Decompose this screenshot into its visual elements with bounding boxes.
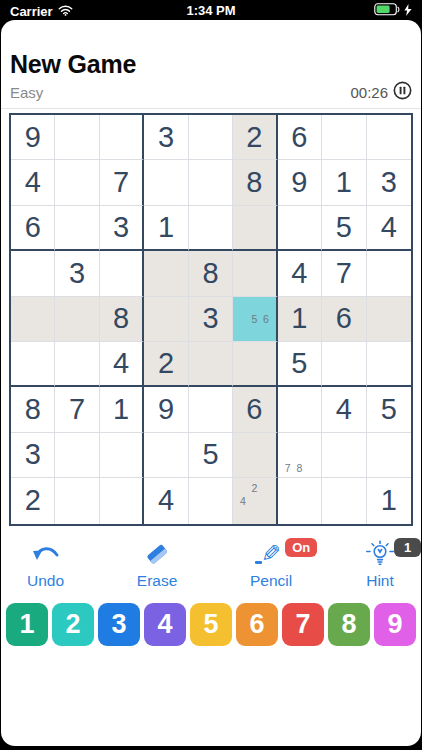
sudoku-cell-r6c7[interactable]: 5: [278, 342, 322, 387]
sudoku-cell-r9c3[interactable]: [100, 478, 144, 523]
sudoku-cell-r4c1[interactable]: [11, 251, 55, 296]
sudoku-cell-r4c5[interactable]: 8: [189, 251, 233, 296]
sudoku-cell-r7c5[interactable]: [189, 387, 233, 432]
sudoku-cell-r8c7[interactable]: 78: [278, 433, 322, 478]
sudoku-cell-r5c9[interactable]: [367, 297, 411, 342]
sudoku-cell-r9c1[interactable]: 2: [11, 478, 55, 523]
sudoku-cell-r3c3[interactable]: 3: [100, 206, 144, 251]
numpad-button-8[interactable]: 8: [328, 603, 370, 646]
sudoku-cell-r9c8[interactable]: [322, 478, 366, 523]
battery-icon: [374, 3, 401, 19]
sudoku-cell-r1c4[interactable]: 3: [144, 115, 188, 160]
sudoku-cell-r7c8[interactable]: 4: [322, 387, 366, 432]
sudoku-cell-r7c1[interactable]: 8: [11, 387, 55, 432]
number-pad: 123456789: [1, 603, 421, 646]
undo-label: Undo: [27, 572, 64, 590]
sudoku-cell-r5c1[interactable]: [11, 297, 55, 342]
sudoku-cell-r7c7[interactable]: [278, 387, 322, 432]
sudoku-cell-r8c6[interactable]: [233, 433, 277, 478]
numpad-button-9[interactable]: 9: [374, 603, 416, 646]
lightbulb-icon: [365, 539, 395, 569]
sudoku-cell-r2c3[interactable]: 7: [100, 160, 144, 205]
pencil-marks: 56: [233, 297, 275, 341]
sudoku-cell-r1c6[interactable]: 2: [233, 115, 277, 160]
sudoku-cell-r9c2[interactable]: [55, 478, 99, 523]
sudoku-cell-r7c2[interactable]: 7: [55, 387, 99, 432]
sudoku-cell-r9c9[interactable]: 1: [367, 478, 411, 523]
sudoku-cell-r1c9[interactable]: [367, 115, 411, 160]
sudoku-cell-r6c9[interactable]: [367, 342, 411, 387]
pencil-button[interactable]: ✎ On Pencil: [250, 539, 292, 590]
numpad-button-3[interactable]: 3: [98, 603, 140, 646]
hint-label: Hint: [366, 572, 394, 590]
status-bar: Carrier 1:34 PM: [0, 0, 422, 22]
sudoku-cell-r3c6[interactable]: [233, 206, 277, 251]
sudoku-cell-r4c6[interactable]: [233, 251, 277, 296]
sudoku-cell-r1c8[interactable]: [322, 115, 366, 160]
numpad-button-7[interactable]: 7: [282, 603, 324, 646]
charging-bolt-icon: [404, 4, 412, 19]
sudoku-cell-r6c5[interactable]: [189, 342, 233, 387]
sudoku-cell-r2c8[interactable]: 1: [322, 160, 366, 205]
sudoku-grid: 9326478913631543847835616425871964535782…: [9, 113, 413, 526]
sudoku-cell-r6c1[interactable]: [11, 342, 55, 387]
sudoku-cell-r1c2[interactable]: [55, 115, 99, 160]
sudoku-cell-r7c3[interactable]: 1: [100, 387, 144, 432]
pencil-on-badge: On: [285, 538, 317, 557]
numpad-button-1[interactable]: 1: [6, 603, 48, 646]
sudoku-cell-r6c8[interactable]: [322, 342, 366, 387]
timer: 00:26: [350, 84, 388, 101]
sudoku-cell-r6c2[interactable]: [55, 342, 99, 387]
numpad-button-6[interactable]: 6: [236, 603, 278, 646]
sudoku-cell-r2c7[interactable]: 9: [278, 160, 322, 205]
pencil-marks: 24: [233, 478, 275, 523]
sudoku-cell-r9c4[interactable]: 4: [144, 478, 188, 523]
sudoku-cell-r1c7[interactable]: 6: [278, 115, 322, 160]
sudoku-cell-r1c5[interactable]: [189, 115, 233, 160]
sudoku-cell-r5c2[interactable]: [55, 297, 99, 342]
sudoku-cell-r6c4[interactable]: 2: [144, 342, 188, 387]
numpad-button-2[interactable]: 2: [52, 603, 94, 646]
sudoku-cell-r9c7[interactable]: [278, 478, 322, 523]
undo-icon: [31, 539, 61, 569]
app-screen: New Game Easy 00:26 93264789136315438478…: [1, 20, 421, 746]
sudoku-cell-r9c6[interactable]: 24: [233, 478, 277, 523]
sudoku-cell-r4c4[interactable]: [144, 251, 188, 296]
sudoku-cell-r4c7[interactable]: 4: [278, 251, 322, 296]
sudoku-cell-r8c9[interactable]: [367, 433, 411, 478]
sudoku-cell-r4c9[interactable]: [367, 251, 411, 296]
sudoku-cell-r8c2[interactable]: [55, 433, 99, 478]
sudoku-cell-r5c4[interactable]: [144, 297, 188, 342]
wifi-icon: [58, 4, 73, 19]
sudoku-cell-r9c5[interactable]: [189, 478, 233, 523]
sudoku-cell-r2c4[interactable]: [144, 160, 188, 205]
pencil-icon: ✎: [261, 539, 281, 569]
toolbar: Undo Erase ✎ On Pencil: [1, 539, 421, 590]
sudoku-cell-r8c4[interactable]: [144, 433, 188, 478]
numpad-button-5[interactable]: 5: [190, 603, 232, 646]
header-divider: [1, 108, 421, 109]
sudoku-cell-r3c9[interactable]: 4: [367, 206, 411, 251]
sudoku-cell-r7c6[interactable]: 6: [233, 387, 277, 432]
sudoku-cell-r7c4[interactable]: 9: [144, 387, 188, 432]
sudoku-cell-r8c1[interactable]: 3: [11, 433, 55, 478]
sudoku-cell-r6c3[interactable]: 4: [100, 342, 144, 387]
sudoku-cell-r2c6[interactable]: 8: [233, 160, 277, 205]
carrier-label: Carrier: [10, 4, 53, 19]
sudoku-cell-r5c6[interactable]: 56: [233, 297, 277, 342]
sudoku-cell-r3c5[interactable]: [189, 206, 233, 251]
page-title: New Game: [10, 50, 421, 79]
sudoku-cell-r5c5[interactable]: 3: [189, 297, 233, 342]
sudoku-cell-r3c1[interactable]: 6: [11, 206, 55, 251]
erase-button[interactable]: Erase: [137, 539, 178, 590]
sudoku-cell-r2c1[interactable]: 4: [11, 160, 55, 205]
hint-button[interactable]: 1 Hint: [365, 539, 395, 590]
sudoku-cell-r4c3[interactable]: [100, 251, 144, 296]
sudoku-cell-r1c3[interactable]: [100, 115, 144, 160]
sudoku-cell-r8c3[interactable]: [100, 433, 144, 478]
pause-button[interactable]: [393, 81, 412, 104]
sudoku-cell-r2c9[interactable]: 3: [367, 160, 411, 205]
eraser-icon: [144, 539, 170, 569]
sudoku-cell-r5c7[interactable]: 1: [278, 297, 322, 342]
sudoku-cell-r4c8[interactable]: 7: [322, 251, 366, 296]
erase-label: Erase: [137, 572, 178, 590]
undo-button[interactable]: Undo: [27, 539, 64, 590]
hint-count-badge: 1: [394, 538, 421, 557]
sudoku-cell-r4c2[interactable]: 3: [55, 251, 99, 296]
sudoku-cell-r8c8[interactable]: [322, 433, 366, 478]
sudoku-cell-r3c2[interactable]: [55, 206, 99, 251]
clock: 1:34 PM: [186, 3, 235, 18]
sudoku-cell-r1c1[interactable]: 9: [11, 115, 55, 160]
pencil-label: Pencil: [250, 572, 292, 590]
sudoku-cell-r3c4[interactable]: 1: [144, 206, 188, 251]
sudoku-cell-r8c5[interactable]: 5: [189, 433, 233, 478]
pencil-marks: 78: [278, 433, 321, 477]
difficulty-label: Easy: [10, 84, 43, 101]
sudoku-cell-r3c8[interactable]: 5: [322, 206, 366, 251]
sudoku-cell-r6c6[interactable]: [233, 342, 277, 387]
sudoku-cell-r2c5[interactable]: [189, 160, 233, 205]
sudoku-cell-r2c2[interactable]: [55, 160, 99, 205]
numpad-button-4[interactable]: 4: [144, 603, 186, 646]
sudoku-cell-r7c9[interactable]: 5: [367, 387, 411, 432]
sudoku-cell-r5c3[interactable]: 8: [100, 297, 144, 342]
sudoku-cell-r5c8[interactable]: 6: [322, 297, 366, 342]
sudoku-cell-r3c7[interactable]: [278, 206, 322, 251]
